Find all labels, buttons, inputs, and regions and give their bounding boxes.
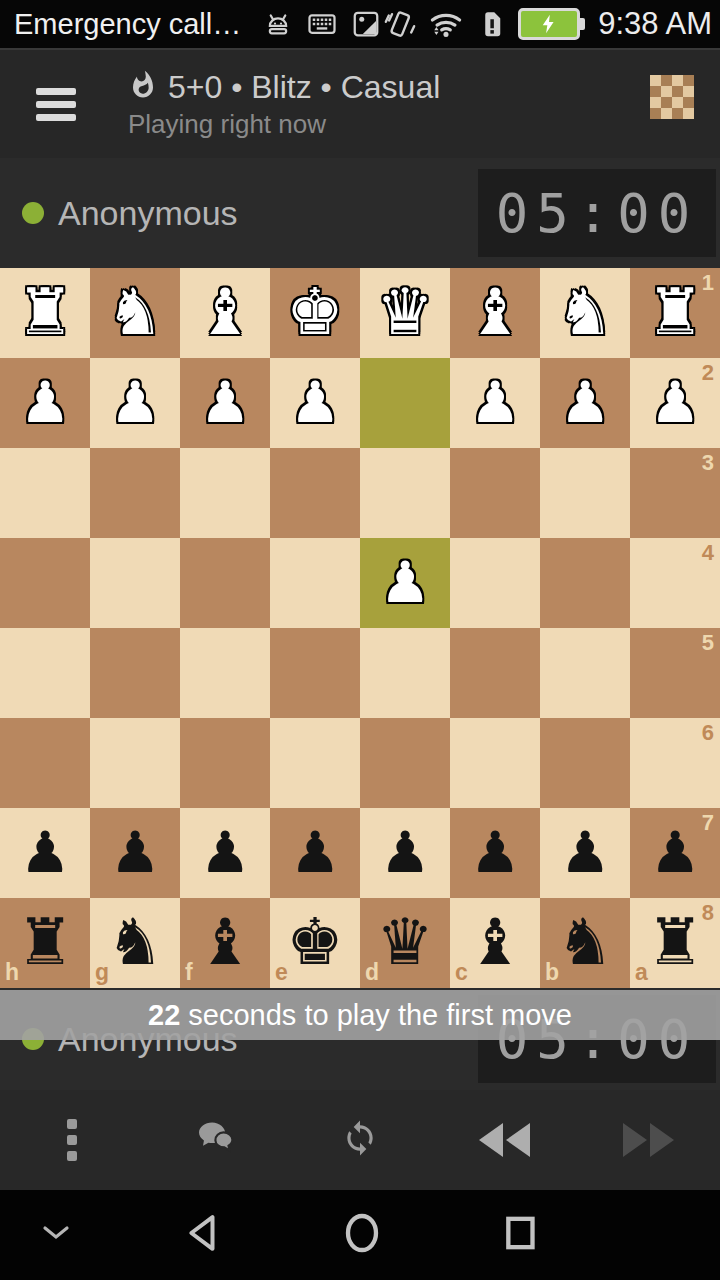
first-move-banner: 22 seconds to play the first move bbox=[0, 990, 720, 1040]
square-b4[interactable] bbox=[540, 538, 630, 628]
square-g7[interactable]: ♟ bbox=[90, 808, 180, 898]
square-h4[interactable] bbox=[0, 538, 90, 628]
black-pawn-c7[interactable]: ♟ bbox=[450, 808, 540, 896]
square-c2[interactable]: ♟ bbox=[450, 358, 540, 448]
square-e3[interactable] bbox=[270, 448, 360, 538]
square-a7[interactable]: ♟7 bbox=[630, 808, 720, 898]
file-label-f: f bbox=[185, 959, 193, 986]
rank-label-7: 7 bbox=[702, 810, 714, 836]
vibrate-icon bbox=[384, 8, 416, 40]
file-label-d: d bbox=[365, 959, 379, 986]
file-label-h: h bbox=[5, 959, 19, 986]
square-b1[interactable]: ♞ bbox=[540, 268, 630, 358]
rank-label-8: 8 bbox=[702, 900, 714, 926]
screenshot-icon bbox=[351, 9, 381, 39]
white-bishop-c1[interactable]: ♝ bbox=[450, 268, 540, 356]
square-e7[interactable]: ♟ bbox=[270, 808, 360, 898]
banner-message: seconds to play the first move bbox=[180, 999, 572, 1032]
square-f7[interactable]: ♟ bbox=[180, 808, 270, 898]
game-status: Playing right now bbox=[128, 109, 440, 140]
rank-label-3: 3 bbox=[702, 450, 714, 476]
square-d6[interactable] bbox=[360, 718, 450, 808]
square-g1[interactable]: ♞ bbox=[90, 268, 180, 358]
wifi-icon bbox=[428, 8, 464, 40]
square-a3[interactable]: 3 bbox=[630, 448, 720, 538]
battery-charging-icon bbox=[518, 8, 580, 40]
white-pawn-e2[interactable]: ♟ bbox=[270, 358, 360, 446]
square-d1[interactable]: ♛ bbox=[360, 268, 450, 358]
square-g8[interactable]: ♞g bbox=[90, 898, 180, 988]
countdown-seconds: 22 bbox=[148, 999, 180, 1032]
square-e8[interactable]: ♚e bbox=[270, 898, 360, 988]
file-label-e: e bbox=[275, 959, 288, 986]
file-label-g: g bbox=[95, 959, 109, 986]
status-icons-right: 9:38 AM bbox=[384, 6, 712, 42]
fast-forward-button[interactable] bbox=[576, 1090, 720, 1190]
square-c3[interactable] bbox=[450, 448, 540, 538]
fast-forward-icon bbox=[623, 1123, 674, 1157]
rank-label-2: 2 bbox=[702, 360, 714, 386]
sim-alert-icon bbox=[476, 8, 506, 40]
white-pawn-f2[interactable]: ♟ bbox=[180, 358, 270, 446]
keyboard-icon bbox=[307, 9, 337, 39]
opponent-clock: 05:00 bbox=[478, 169, 716, 257]
rewind-icon bbox=[479, 1123, 530, 1157]
square-e4[interactable] bbox=[270, 538, 360, 628]
game-title: 5+0 • Blitz • Casual bbox=[168, 69, 440, 106]
rank-label-6: 6 bbox=[702, 720, 714, 746]
square-b3[interactable] bbox=[540, 448, 630, 538]
white-pawn-g2[interactable]: ♟ bbox=[90, 358, 180, 446]
square-e1[interactable]: ♚ bbox=[270, 268, 360, 358]
square-h5[interactable] bbox=[0, 628, 90, 718]
game-toolbar bbox=[0, 1090, 720, 1190]
square-h7[interactable]: ♟ bbox=[0, 808, 90, 898]
player-bar: 22 seconds to play the first move Anonym… bbox=[0, 988, 720, 1090]
black-pawn-f7[interactable]: ♟ bbox=[180, 808, 270, 896]
white-bishop-f1[interactable]: ♝ bbox=[180, 268, 270, 356]
black-pawn-h7[interactable]: ♟ bbox=[0, 808, 90, 896]
white-knight-g1[interactable]: ♞ bbox=[90, 268, 180, 356]
lichess-mobile-screen: Emergency call… bbox=[0, 0, 720, 1280]
white-king-e1[interactable]: ♚ bbox=[270, 268, 360, 356]
square-h2[interactable]: ♟ bbox=[0, 358, 90, 448]
square-c4[interactable] bbox=[450, 538, 540, 628]
square-g4[interactable] bbox=[90, 538, 180, 628]
white-rook-h1[interactable]: ♜ bbox=[0, 268, 90, 356]
square-a6[interactable]: 6 bbox=[630, 718, 720, 808]
square-c6[interactable] bbox=[450, 718, 540, 808]
opponent-name: Anonymous bbox=[58, 194, 238, 233]
square-f8[interactable]: ♝f bbox=[180, 898, 270, 988]
rank-label-1: 1 bbox=[702, 270, 714, 296]
white-knight-b1[interactable]: ♞ bbox=[540, 268, 630, 356]
game-info: 5+0 • Blitz • Casual Playing right now bbox=[128, 69, 440, 140]
square-g5[interactable] bbox=[90, 628, 180, 718]
chevron-down-icon[interactable] bbox=[42, 1225, 70, 1245]
status-icons-left bbox=[263, 9, 381, 39]
square-e6[interactable] bbox=[270, 718, 360, 808]
white-queen-d1[interactable]: ♛ bbox=[360, 268, 450, 356]
back-button[interactable] bbox=[185, 1211, 225, 1259]
white-pawn-d4[interactable]: ♟ bbox=[360, 538, 450, 626]
square-h1[interactable]: ♜ bbox=[0, 268, 90, 358]
square-a8[interactable]: ♜8a bbox=[630, 898, 720, 988]
square-e5[interactable] bbox=[270, 628, 360, 718]
square-c5[interactable] bbox=[450, 628, 540, 718]
android-status-bar: Emergency call… bbox=[0, 0, 720, 50]
clock-time: 9:38 AM bbox=[598, 6, 712, 42]
square-b8[interactable]: ♞b bbox=[540, 898, 630, 988]
square-f5[interactable] bbox=[180, 628, 270, 718]
game-header: 5+0 • Blitz • Casual Playing right now bbox=[0, 50, 720, 158]
black-pawn-d7[interactable]: ♟ bbox=[360, 808, 450, 896]
black-pawn-g7[interactable]: ♟ bbox=[90, 808, 180, 896]
mini-board-thumbnail[interactable] bbox=[650, 75, 694, 119]
menu-dots-icon bbox=[67, 1119, 77, 1161]
black-bishop-f8[interactable]: ♝ bbox=[180, 898, 270, 986]
flip-board-icon bbox=[341, 1119, 379, 1161]
square-b2[interactable]: ♟ bbox=[540, 358, 630, 448]
square-g2[interactable]: ♟ bbox=[90, 358, 180, 448]
square-d3[interactable] bbox=[360, 448, 450, 538]
square-d5[interactable] bbox=[360, 628, 450, 718]
square-d8[interactable]: ♛d bbox=[360, 898, 450, 988]
android-icon bbox=[263, 9, 293, 39]
square-f3[interactable] bbox=[180, 448, 270, 538]
square-c8[interactable]: ♝c bbox=[450, 898, 540, 988]
chat-icon bbox=[197, 1121, 235, 1159]
carrier-label: Emergency call… bbox=[14, 8, 241, 41]
square-c1[interactable]: ♝ bbox=[450, 268, 540, 358]
file-label-b: b bbox=[545, 959, 559, 986]
rank-label-4: 4 bbox=[702, 540, 714, 566]
square-h6[interactable] bbox=[0, 718, 90, 808]
black-pawn-e7[interactable]: ♟ bbox=[270, 808, 360, 896]
square-h3[interactable] bbox=[0, 448, 90, 538]
menu-button[interactable] bbox=[36, 88, 76, 121]
square-b6[interactable] bbox=[540, 718, 630, 808]
file-label-a: a bbox=[635, 959, 648, 986]
square-b5[interactable] bbox=[540, 628, 630, 718]
recents-button[interactable] bbox=[500, 1211, 540, 1259]
square-h8[interactable]: ♜h bbox=[0, 898, 90, 988]
square-a5[interactable]: 5 bbox=[630, 628, 720, 718]
rank-label-5: 5 bbox=[702, 630, 714, 656]
flip-board-button[interactable] bbox=[288, 1090, 432, 1190]
rewind-button[interactable] bbox=[432, 1090, 576, 1190]
square-f6[interactable] bbox=[180, 718, 270, 808]
black-pawn-b7[interactable]: ♟ bbox=[540, 808, 630, 896]
square-b7[interactable]: ♟ bbox=[540, 808, 630, 898]
square-c7[interactable]: ♟ bbox=[450, 808, 540, 898]
square-f4[interactable] bbox=[180, 538, 270, 628]
more-options-button[interactable] bbox=[0, 1090, 144, 1190]
white-pawn-c2[interactable]: ♟ bbox=[450, 358, 540, 446]
chat-button[interactable] bbox=[144, 1090, 288, 1190]
square-g3[interactable] bbox=[90, 448, 180, 538]
chess-board[interactable]: ♜♞♝♚♛♝♞♜1♟♟♟♟♟♟♟23♟456♟♟♟♟♟♟♟♟7♜h♞g♝f♚e♛… bbox=[0, 268, 720, 988]
square-a2[interactable]: ♟2 bbox=[630, 358, 720, 448]
online-status-dot bbox=[22, 202, 44, 224]
square-d2[interactable] bbox=[360, 358, 450, 448]
opponent-bar: Anonymous 05:00 bbox=[0, 158, 720, 268]
android-nav-bar bbox=[0, 1190, 720, 1280]
battery-tip bbox=[580, 18, 585, 30]
square-f2[interactable]: ♟ bbox=[180, 358, 270, 448]
square-a1[interactable]: ♜1 bbox=[630, 268, 720, 358]
square-g6[interactable] bbox=[90, 718, 180, 808]
square-f1[interactable]: ♝ bbox=[180, 268, 270, 358]
square-e2[interactable]: ♟ bbox=[270, 358, 360, 448]
blitz-flame-icon bbox=[128, 70, 158, 104]
white-pawn-h2[interactable]: ♟ bbox=[0, 358, 90, 446]
home-button[interactable] bbox=[342, 1210, 382, 1260]
square-a4[interactable]: 4 bbox=[630, 538, 720, 628]
square-d7[interactable]: ♟ bbox=[360, 808, 450, 898]
square-d4[interactable]: ♟ bbox=[360, 538, 450, 628]
white-pawn-b2[interactable]: ♟ bbox=[540, 358, 630, 446]
file-label-c: c bbox=[455, 959, 468, 986]
